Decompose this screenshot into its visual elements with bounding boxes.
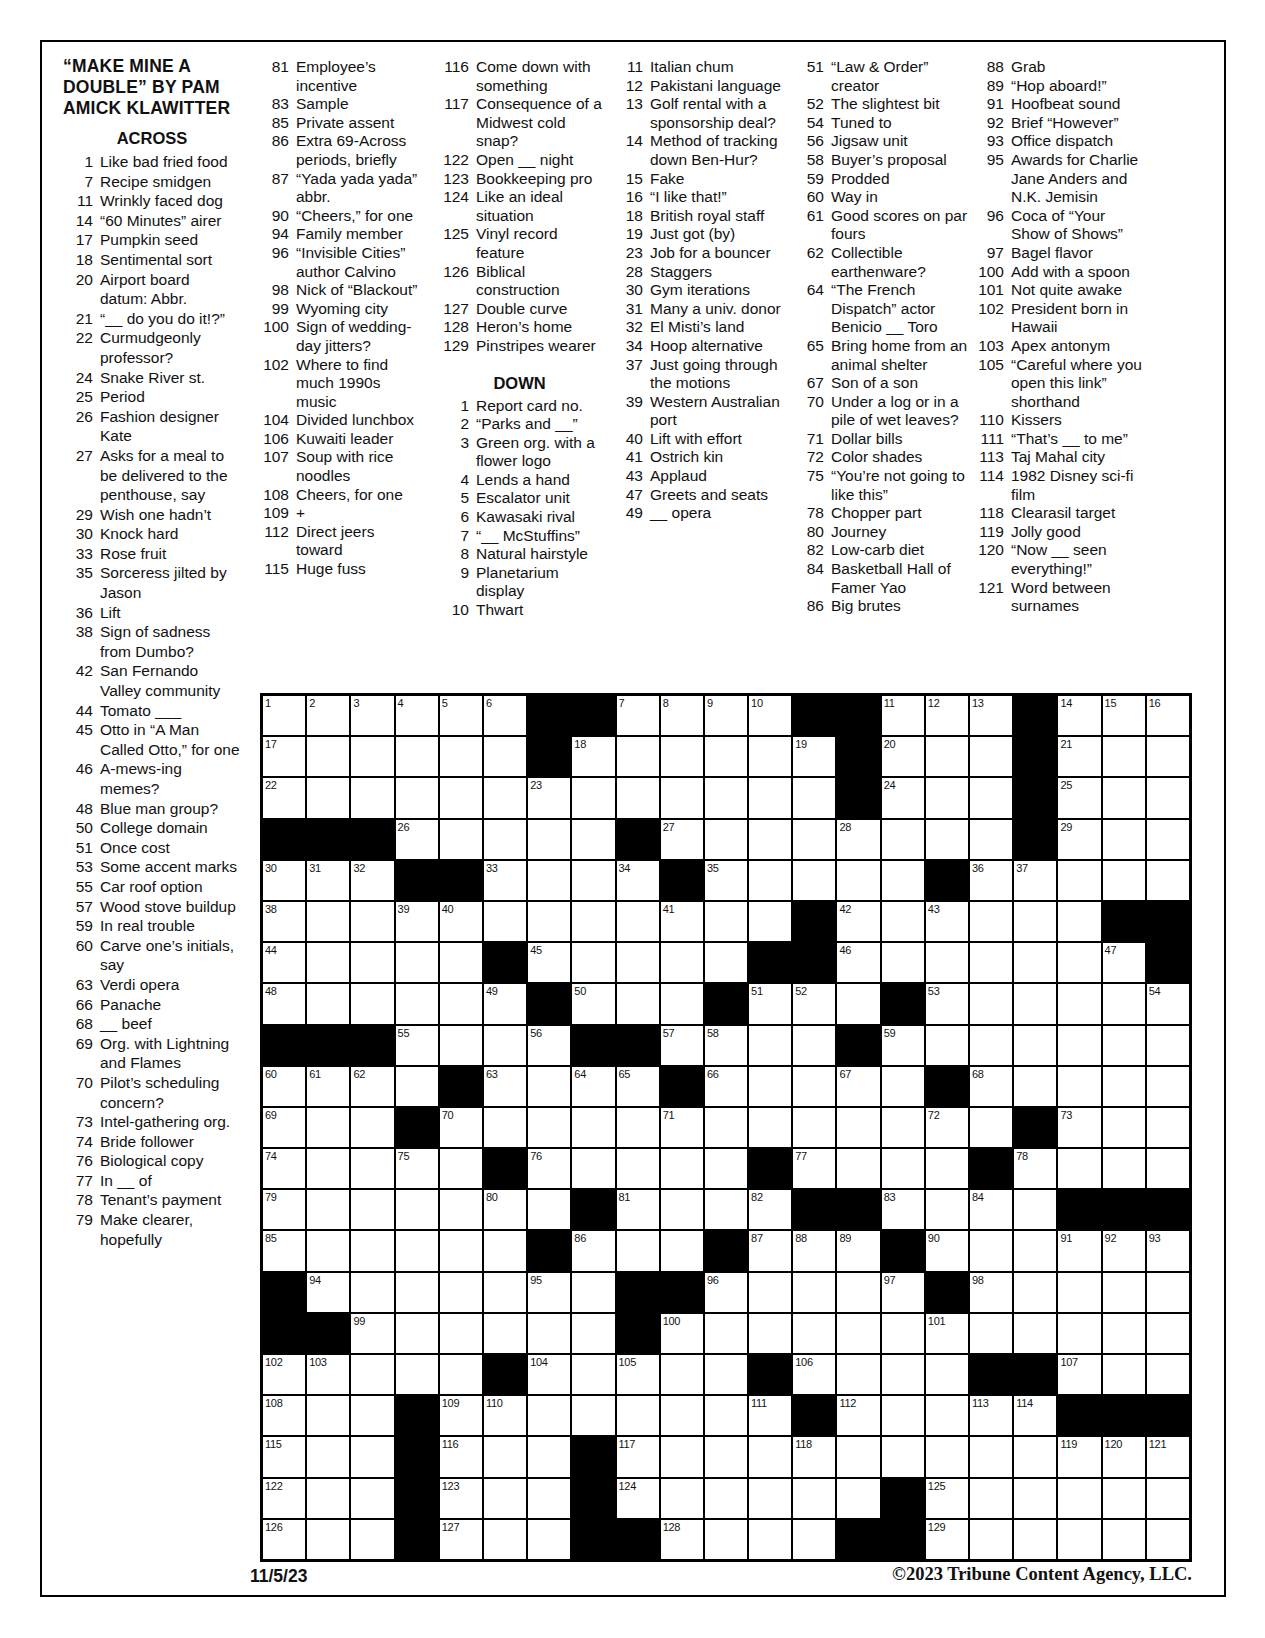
grid-cell[interactable]: 30 (263, 861, 305, 900)
grid-cell[interactable] (572, 1314, 614, 1353)
grid-cell[interactable] (484, 1273, 526, 1312)
grid-cell[interactable] (572, 1273, 614, 1312)
grid-cell[interactable] (440, 1355, 482, 1394)
grid-cell[interactable] (661, 778, 703, 817)
grid-cell[interactable]: 70 (440, 1108, 482, 1147)
grid-cell[interactable] (484, 1479, 526, 1518)
grid-cell[interactable]: 10 (749, 696, 791, 735)
grid-cell[interactable]: 44 (263, 943, 305, 982)
grid-cell[interactable] (749, 820, 791, 859)
grid-cell[interactable] (484, 902, 526, 941)
grid-cell[interactable]: 88 (793, 1231, 835, 1270)
grid-cell[interactable] (1147, 737, 1189, 776)
grid-cell[interactable] (1014, 1190, 1056, 1229)
grid-cell[interactable] (793, 861, 835, 900)
grid-cell[interactable] (926, 1026, 968, 1065)
grid-cell[interactable] (749, 1108, 791, 1147)
grid-cell[interactable] (572, 902, 614, 941)
grid-cell[interactable]: 51 (749, 984, 791, 1023)
grid-cell[interactable] (926, 943, 968, 982)
grid-cell[interactable] (528, 1437, 570, 1476)
grid-cell[interactable] (396, 737, 438, 776)
grid-cell[interactable] (440, 1231, 482, 1270)
grid-cell[interactable] (749, 737, 791, 776)
grid-cell[interactable] (1058, 1067, 1100, 1106)
grid-cell[interactable] (1058, 943, 1100, 982)
grid-cell[interactable] (1058, 1273, 1100, 1312)
grid-cell[interactable] (617, 1396, 659, 1435)
grid-cell[interactable] (705, 1355, 747, 1394)
grid-cell[interactable] (484, 737, 526, 776)
grid-cell[interactable]: 107 (1058, 1355, 1100, 1394)
grid-cell[interactable] (528, 1479, 570, 1518)
grid-cell[interactable] (396, 1273, 438, 1312)
grid-cell[interactable] (970, 1314, 1012, 1353)
grid-cell[interactable] (1103, 1273, 1145, 1312)
grid-cell[interactable] (440, 737, 482, 776)
grid-cell[interactable] (1058, 1149, 1100, 1188)
grid-cell[interactable]: 106 (793, 1355, 835, 1394)
grid-cell[interactable] (705, 1479, 747, 1518)
grid-cell[interactable]: 81 (617, 1190, 659, 1229)
grid-cell[interactable]: 99 (351, 1314, 393, 1353)
grid-cell[interactable]: 91 (1058, 1231, 1100, 1270)
grid-cell[interactable] (1103, 1149, 1145, 1188)
grid-cell[interactable] (484, 1314, 526, 1353)
grid-cell[interactable]: 74 (263, 1149, 305, 1188)
grid-cell[interactable] (1058, 1520, 1100, 1559)
grid-cell[interactable] (617, 943, 659, 982)
grid-cell[interactable]: 59 (882, 1026, 924, 1065)
grid-cell[interactable] (307, 737, 349, 776)
grid-cell[interactable] (705, 778, 747, 817)
grid-cell[interactable] (882, 1108, 924, 1147)
grid-cell[interactable]: 35 (705, 861, 747, 900)
grid-cell[interactable] (528, 1396, 570, 1435)
grid-cell[interactable] (572, 861, 614, 900)
grid-cell[interactable]: 32 (351, 861, 393, 900)
grid-cell[interactable]: 128 (661, 1520, 703, 1559)
grid-cell[interactable] (484, 1108, 526, 1147)
grid-cell[interactable] (307, 1190, 349, 1229)
grid-cell[interactable]: 17 (263, 737, 305, 776)
grid-cell[interactable] (749, 778, 791, 817)
grid-cell[interactable] (617, 737, 659, 776)
grid-cell[interactable] (705, 1314, 747, 1353)
grid-cell[interactable]: 89 (837, 1231, 879, 1270)
grid-cell[interactable] (793, 1067, 835, 1106)
grid-cell[interactable]: 55 (396, 1026, 438, 1065)
grid-cell[interactable]: 100 (661, 1314, 703, 1353)
grid-cell[interactable] (351, 984, 393, 1023)
grid-cell[interactable]: 40 (440, 902, 482, 941)
grid-cell[interactable] (440, 778, 482, 817)
grid-cell[interactable]: 92 (1103, 1231, 1145, 1270)
grid-cell[interactable]: 42 (837, 902, 879, 941)
grid-cell[interactable] (970, 1437, 1012, 1476)
grid-cell[interactable] (1014, 1067, 1056, 1106)
grid-cell[interactable] (1103, 737, 1145, 776)
grid-cell[interactable] (351, 1396, 393, 1435)
grid-cell[interactable] (749, 1273, 791, 1312)
grid-cell[interactable] (572, 943, 614, 982)
grid-cell[interactable]: 8 (661, 696, 703, 735)
grid-cell[interactable]: 14 (1058, 696, 1100, 735)
grid-cell[interactable]: 49 (484, 984, 526, 1023)
grid-cell[interactable] (440, 984, 482, 1023)
grid-cell[interactable] (1147, 1355, 1189, 1394)
grid-cell[interactable] (1058, 1026, 1100, 1065)
grid-cell[interactable] (1014, 1026, 1056, 1065)
grid-cell[interactable] (882, 1437, 924, 1476)
grid-cell[interactable] (307, 902, 349, 941)
grid-cell[interactable] (1147, 1108, 1189, 1147)
grid-cell[interactable] (793, 1314, 835, 1353)
grid-cell[interactable] (749, 1067, 791, 1106)
grid-cell[interactable]: 7 (617, 696, 659, 735)
grid-cell[interactable] (1058, 861, 1100, 900)
grid-cell[interactable]: 54 (1147, 984, 1189, 1023)
grid-cell[interactable] (970, 1231, 1012, 1270)
grid-cell[interactable] (882, 1149, 924, 1188)
grid-cell[interactable] (307, 1479, 349, 1518)
grid-cell[interactable]: 50 (572, 984, 614, 1023)
grid-cell[interactable] (351, 1355, 393, 1394)
grid-cell[interactable] (926, 1190, 968, 1229)
grid-cell[interactable]: 104 (528, 1355, 570, 1394)
grid-cell[interactable] (837, 984, 879, 1023)
grid-cell[interactable]: 96 (705, 1273, 747, 1312)
grid-cell[interactable] (970, 1520, 1012, 1559)
grid-cell[interactable] (528, 820, 570, 859)
grid-cell[interactable]: 36 (970, 861, 1012, 900)
grid-cell[interactable] (1103, 1355, 1145, 1394)
grid-cell[interactable]: 129 (926, 1520, 968, 1559)
grid-cell[interactable]: 9 (705, 696, 747, 735)
grid-cell[interactable] (484, 778, 526, 817)
grid-cell[interactable]: 127 (440, 1520, 482, 1559)
grid-cell[interactable] (572, 820, 614, 859)
grid-cell[interactable] (661, 1190, 703, 1229)
grid-cell[interactable]: 47 (1103, 943, 1145, 982)
grid-cell[interactable] (1103, 984, 1145, 1023)
grid-cell[interactable] (970, 984, 1012, 1023)
grid-cell[interactable]: 103 (307, 1355, 349, 1394)
grid-cell[interactable]: 22 (263, 778, 305, 817)
grid-cell[interactable] (351, 1190, 393, 1229)
grid-cell[interactable] (882, 820, 924, 859)
grid-cell[interactable]: 114 (1014, 1396, 1056, 1435)
grid-cell[interactable]: 56 (528, 1026, 570, 1065)
grid-cell[interactable]: 27 (661, 820, 703, 859)
grid-cell[interactable] (926, 778, 968, 817)
grid-cell[interactable] (351, 1520, 393, 1559)
grid-cell[interactable]: 63 (484, 1067, 526, 1106)
grid-cell[interactable]: 111 (749, 1396, 791, 1435)
grid-cell[interactable]: 29 (1058, 820, 1100, 859)
grid-cell[interactable] (617, 1231, 659, 1270)
grid-cell[interactable] (307, 1396, 349, 1435)
grid-cell[interactable]: 64 (572, 1067, 614, 1106)
grid-cell[interactable] (396, 984, 438, 1023)
grid-cell[interactable] (1058, 902, 1100, 941)
grid-cell[interactable]: 34 (617, 861, 659, 900)
grid-cell[interactable] (705, 1108, 747, 1147)
grid-cell[interactable] (837, 1437, 879, 1476)
grid-cell[interactable]: 78 (1014, 1149, 1056, 1188)
grid-cell[interactable] (1014, 943, 1056, 982)
grid-cell[interactable] (617, 902, 659, 941)
grid-cell[interactable] (749, 902, 791, 941)
grid-cell[interactable] (661, 1479, 703, 1518)
grid-cell[interactable] (705, 820, 747, 859)
grid-cell[interactable]: 83 (882, 1190, 924, 1229)
grid-cell[interactable]: 87 (749, 1231, 791, 1270)
grid-cell[interactable] (572, 778, 614, 817)
grid-cell[interactable]: 101 (926, 1314, 968, 1353)
grid-cell[interactable]: 119 (1058, 1437, 1100, 1476)
grid-cell[interactable] (528, 1190, 570, 1229)
grid-cell[interactable] (970, 943, 1012, 982)
grid-cell[interactable]: 48 (263, 984, 305, 1023)
grid-cell[interactable]: 85 (263, 1231, 305, 1270)
grid-cell[interactable] (1147, 1479, 1189, 1518)
grid-cell[interactable] (1103, 1108, 1145, 1147)
grid-cell[interactable] (396, 1190, 438, 1229)
grid-cell[interactable]: 41 (661, 902, 703, 941)
grid-cell[interactable] (396, 778, 438, 817)
grid-cell[interactable]: 28 (837, 820, 879, 859)
grid-cell[interactable]: 105 (617, 1355, 659, 1394)
grid-cell[interactable] (528, 861, 570, 900)
grid-cell[interactable] (749, 1437, 791, 1476)
grid-cell[interactable] (617, 778, 659, 817)
grid-cell[interactable] (1014, 1520, 1056, 1559)
grid-cell[interactable] (661, 943, 703, 982)
grid-cell[interactable]: 31 (307, 861, 349, 900)
grid-cell[interactable] (1058, 1479, 1100, 1518)
grid-cell[interactable] (351, 1149, 393, 1188)
grid-cell[interactable] (351, 737, 393, 776)
grid-cell[interactable]: 69 (263, 1108, 305, 1147)
grid-cell[interactable]: 108 (263, 1396, 305, 1435)
grid-cell[interactable] (793, 1273, 835, 1312)
grid-cell[interactable] (793, 1520, 835, 1559)
grid-cell[interactable]: 98 (970, 1273, 1012, 1312)
grid-cell[interactable]: 86 (572, 1231, 614, 1270)
grid-cell[interactable] (705, 1437, 747, 1476)
grid-cell[interactable] (307, 1231, 349, 1270)
grid-cell[interactable] (351, 1108, 393, 1147)
grid-cell[interactable] (307, 1108, 349, 1147)
grid-cell[interactable] (970, 1479, 1012, 1518)
grid-cell[interactable]: 53 (926, 984, 968, 1023)
grid-cell[interactable]: 52 (793, 984, 835, 1023)
grid-cell[interactable] (1014, 1273, 1056, 1312)
grid-cell[interactable] (307, 1149, 349, 1188)
grid-cell[interactable]: 60 (263, 1067, 305, 1106)
grid-cell[interactable]: 102 (263, 1355, 305, 1394)
grid-cell[interactable] (882, 861, 924, 900)
grid-cell[interactable] (882, 1067, 924, 1106)
grid-cell[interactable] (617, 984, 659, 1023)
grid-cell[interactable] (926, 1149, 968, 1188)
grid-cell[interactable] (1103, 1479, 1145, 1518)
grid-cell[interactable]: 117 (617, 1437, 659, 1476)
grid-cell[interactable] (1014, 984, 1056, 1023)
grid-cell[interactable] (484, 1437, 526, 1476)
grid-cell[interactable]: 61 (307, 1067, 349, 1106)
grid-cell[interactable] (882, 1355, 924, 1394)
grid-cell[interactable]: 4 (396, 696, 438, 735)
grid-cell[interactable] (1014, 1314, 1056, 1353)
grid-cell[interactable] (1014, 1479, 1056, 1518)
grid-cell[interactable] (440, 1026, 482, 1065)
grid-cell[interactable]: 16 (1147, 696, 1189, 735)
grid-cell[interactable] (307, 984, 349, 1023)
grid-cell[interactable]: 75 (396, 1149, 438, 1188)
grid-cell[interactable] (837, 1479, 879, 1518)
grid-cell[interactable]: 21 (1058, 737, 1100, 776)
grid-cell[interactable]: 125 (926, 1479, 968, 1518)
grid-cell[interactable] (749, 861, 791, 900)
grid-cell[interactable] (396, 1231, 438, 1270)
grid-cell[interactable]: 67 (837, 1067, 879, 1106)
grid-cell[interactable] (351, 943, 393, 982)
grid-cell[interactable] (837, 861, 879, 900)
grid-cell[interactable] (793, 1108, 835, 1147)
grid-cell[interactable] (528, 1067, 570, 1106)
grid-cell[interactable] (307, 1437, 349, 1476)
grid-cell[interactable] (396, 943, 438, 982)
grid-cell[interactable]: 12 (926, 696, 968, 735)
grid-cell[interactable]: 73 (1058, 1108, 1100, 1147)
grid-cell[interactable] (661, 1437, 703, 1476)
grid-cell[interactable] (661, 1149, 703, 1188)
grid-cell[interactable] (307, 778, 349, 817)
grid-cell[interactable] (1147, 1026, 1189, 1065)
grid-cell[interactable] (528, 1314, 570, 1353)
grid-cell[interactable]: 115 (263, 1437, 305, 1476)
grid-cell[interactable]: 25 (1058, 778, 1100, 817)
grid-cell[interactable]: 109 (440, 1396, 482, 1435)
grid-cell[interactable]: 65 (617, 1067, 659, 1106)
grid-cell[interactable] (661, 1396, 703, 1435)
grid-cell[interactable] (661, 1231, 703, 1270)
grid-cell[interactable] (440, 1149, 482, 1188)
grid-cell[interactable] (970, 737, 1012, 776)
grid-cell[interactable]: 68 (970, 1067, 1012, 1106)
grid-cell[interactable] (926, 1396, 968, 1435)
grid-cell[interactable] (1147, 1314, 1189, 1353)
grid-cell[interactable]: 72 (926, 1108, 968, 1147)
grid-cell[interactable]: 120 (1103, 1437, 1145, 1476)
grid-cell[interactable] (528, 1520, 570, 1559)
grid-cell[interactable]: 3 (351, 696, 393, 735)
grid-cell[interactable]: 77 (793, 1149, 835, 1188)
grid-cell[interactable]: 116 (440, 1437, 482, 1476)
grid-cell[interactable] (1147, 1520, 1189, 1559)
grid-cell[interactable] (1058, 984, 1100, 1023)
grid-cell[interactable] (351, 1231, 393, 1270)
grid-cell[interactable] (396, 1355, 438, 1394)
grid-cell[interactable] (440, 1314, 482, 1353)
grid-cell[interactable]: 43 (926, 902, 968, 941)
grid-cell[interactable] (484, 1231, 526, 1270)
grid-cell[interactable] (749, 1479, 791, 1518)
grid-cell[interactable]: 66 (705, 1067, 747, 1106)
grid-cell[interactable]: 94 (307, 1273, 349, 1312)
grid-cell[interactable]: 95 (528, 1273, 570, 1312)
grid-cell[interactable]: 18 (572, 737, 614, 776)
grid-cell[interactable] (970, 820, 1012, 859)
grid-cell[interactable] (572, 1396, 614, 1435)
grid-cell[interactable] (1014, 1437, 1056, 1476)
grid-cell[interactable]: 2 (307, 696, 349, 735)
grid-cell[interactable]: 80 (484, 1190, 526, 1229)
grid-cell[interactable] (837, 1273, 879, 1312)
grid-cell[interactable]: 39 (396, 902, 438, 941)
grid-cell[interactable] (970, 1026, 1012, 1065)
grid-cell[interactable] (484, 1026, 526, 1065)
grid-cell[interactable] (1103, 778, 1145, 817)
grid-cell[interactable]: 122 (263, 1479, 305, 1518)
grid-cell[interactable] (396, 1314, 438, 1353)
grid-cell[interactable]: 45 (528, 943, 570, 982)
grid-cell[interactable] (440, 1273, 482, 1312)
grid-cell[interactable] (307, 943, 349, 982)
grid-cell[interactable] (572, 1108, 614, 1147)
grid-cell[interactable] (837, 1149, 879, 1188)
grid-cell[interactable] (1014, 902, 1056, 941)
grid-cell[interactable] (705, 943, 747, 982)
grid-cell[interactable] (1014, 1231, 1056, 1270)
grid-cell[interactable] (661, 984, 703, 1023)
grid-cell[interactable] (926, 820, 968, 859)
grid-cell[interactable] (793, 1479, 835, 1518)
grid-cell[interactable] (1103, 1520, 1145, 1559)
grid-cell[interactable]: 5 (440, 696, 482, 735)
grid-cell[interactable]: 15 (1103, 696, 1145, 735)
grid-cell[interactable]: 23 (528, 778, 570, 817)
grid-cell[interactable] (572, 1355, 614, 1394)
grid-cell[interactable]: 110 (484, 1396, 526, 1435)
grid-cell[interactable] (705, 1190, 747, 1229)
grid-cell[interactable] (837, 1108, 879, 1147)
grid-cell[interactable] (661, 737, 703, 776)
grid-cell[interactable]: 90 (926, 1231, 968, 1270)
grid-cell[interactable]: 118 (793, 1437, 835, 1476)
grid-cell[interactable] (749, 1314, 791, 1353)
grid-cell[interactable] (1103, 861, 1145, 900)
grid-cell[interactable]: 76 (528, 1149, 570, 1188)
grid-cell[interactable]: 121 (1147, 1437, 1189, 1476)
grid-cell[interactable] (661, 1355, 703, 1394)
grid-cell[interactable] (307, 1520, 349, 1559)
grid-cell[interactable] (1147, 820, 1189, 859)
grid-cell[interactable] (926, 1355, 968, 1394)
grid-cell[interactable] (1147, 861, 1189, 900)
grid-cell[interactable] (705, 1149, 747, 1188)
grid-cell[interactable] (882, 1396, 924, 1435)
grid-cell[interactable] (528, 902, 570, 941)
grid-cell[interactable] (749, 1026, 791, 1065)
grid-cell[interactable] (1147, 1149, 1189, 1188)
grid-cell[interactable] (440, 820, 482, 859)
grid-cell[interactable] (617, 1149, 659, 1188)
grid-cell[interactable]: 33 (484, 861, 526, 900)
grid-cell[interactable]: 46 (837, 943, 879, 982)
